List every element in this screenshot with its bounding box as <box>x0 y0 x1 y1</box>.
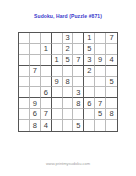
cell-r4c8 <box>95 66 106 77</box>
cell-r2c6 <box>73 44 84 55</box>
cell-r3c3 <box>41 55 52 66</box>
cell-r1c5: 3 <box>63 33 74 44</box>
cell-r9c5 <box>63 120 74 131</box>
cell-r8c3: 7 <box>41 109 52 120</box>
footer-url: www.printmysudoku.com <box>0 161 136 166</box>
cell-r1c3 <box>41 33 52 44</box>
cell-r1c1 <box>19 33 30 44</box>
cell-r7c2: 9 <box>30 98 41 109</box>
cell-r8c9: 8 <box>106 109 117 120</box>
cell-r7c4 <box>52 98 63 109</box>
cell-r6c6: 3 <box>73 87 84 98</box>
cell-r3c8: 9 <box>95 55 106 66</box>
cell-r8c6 <box>73 109 84 120</box>
cell-r8c1 <box>19 109 30 120</box>
cell-r2c4 <box>52 44 63 55</box>
cell-r4c6 <box>73 66 84 77</box>
cell-r3c5: 5 <box>63 55 74 66</box>
cell-r3c4: 1 <box>52 55 63 66</box>
cell-r1c6 <box>73 33 84 44</box>
cell-r1c8 <box>95 33 106 44</box>
cell-r9c7 <box>84 120 95 131</box>
cell-r4c2: 7 <box>30 66 41 77</box>
cell-r8c2: 6 <box>30 109 41 120</box>
cell-r8c7 <box>84 109 95 120</box>
cell-r5c1 <box>19 77 30 88</box>
cell-r2c5: 2 <box>63 44 74 55</box>
cell-r5c9: 5 <box>106 77 117 88</box>
cell-r7c5 <box>63 98 74 109</box>
cell-r5c3 <box>41 77 52 88</box>
cell-r2c7: 5 <box>84 44 95 55</box>
cell-r9c4 <box>52 120 63 131</box>
cell-r6c9 <box>106 87 117 98</box>
cell-r9c1 <box>19 120 30 131</box>
cell-r8c4 <box>52 109 63 120</box>
cell-r3c9: 4 <box>106 55 117 66</box>
cell-r2c8 <box>95 44 106 55</box>
cell-r3c6: 7 <box>73 55 84 66</box>
cell-r1c7: 1 <box>84 33 95 44</box>
cell-r5c8 <box>95 77 106 88</box>
cell-r3c2 <box>30 55 41 66</box>
cell-r1c2 <box>30 33 41 44</box>
cell-r7c8: 7 <box>95 98 106 109</box>
cell-r4c7: 2 <box>84 66 95 77</box>
cell-r9c2: 8 <box>30 120 41 131</box>
cell-r8c5 <box>63 109 74 120</box>
cell-r7c3 <box>41 98 52 109</box>
cell-r2c3: 1 <box>41 44 52 55</box>
puzzle-page: Sudoku, Hard (Puzzle #871) 3171251573947… <box>0 0 136 176</box>
cell-r4c4 <box>52 66 63 77</box>
cell-r9c8 <box>95 120 106 131</box>
cell-r8c8: 5 <box>95 109 106 120</box>
cell-r6c1 <box>19 87 30 98</box>
sudoku-board: 317125157394729856398676758845 <box>18 32 118 132</box>
cell-r7c7: 6 <box>84 98 95 109</box>
cell-r6c7 <box>84 87 95 98</box>
cell-r1c9: 7 <box>106 33 117 44</box>
cell-r7c6: 8 <box>73 98 84 109</box>
cell-r9c9 <box>106 120 117 131</box>
cell-r4c5 <box>63 66 74 77</box>
cell-r2c9 <box>106 44 117 55</box>
cell-r7c9 <box>106 98 117 109</box>
cell-r5c6 <box>73 77 84 88</box>
cell-r6c8 <box>95 87 106 98</box>
cell-r6c4 <box>52 87 63 98</box>
cell-r7c1 <box>19 98 30 109</box>
cell-r6c2 <box>30 87 41 98</box>
cell-r5c2 <box>30 77 41 88</box>
page-title: Sudoku, Hard (Puzzle #871) <box>0 13 136 19</box>
cell-r2c2 <box>30 44 41 55</box>
cell-r6c5 <box>63 87 74 98</box>
cell-r6c3: 6 <box>41 87 52 98</box>
cell-r5c4: 9 <box>52 77 63 88</box>
cell-r5c5: 8 <box>63 77 74 88</box>
cell-r4c1 <box>19 66 30 77</box>
cell-r1c4 <box>52 33 63 44</box>
cell-r9c6: 5 <box>73 120 84 131</box>
cell-r3c7: 3 <box>84 55 95 66</box>
cell-r4c3 <box>41 66 52 77</box>
cell-r4c9 <box>106 66 117 77</box>
cell-r5c7 <box>84 77 95 88</box>
cell-r2c1 <box>19 44 30 55</box>
cell-r3c1 <box>19 55 30 66</box>
cell-r9c3: 4 <box>41 120 52 131</box>
